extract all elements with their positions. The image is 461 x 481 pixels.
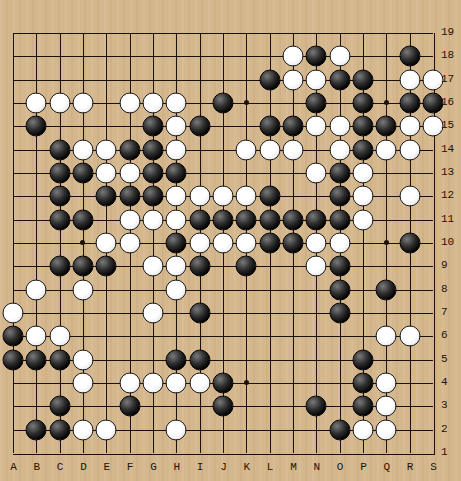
intersection-G19[interactable] <box>141 21 164 44</box>
intersection-D13[interactable] <box>71 161 94 184</box>
intersection-P11[interactable] <box>351 208 374 231</box>
intersection-R8[interactable] <box>398 278 421 301</box>
intersection-C8[interactable] <box>48 278 71 301</box>
intersection-R12[interactable] <box>398 185 421 208</box>
intersection-L8[interactable] <box>258 278 281 301</box>
intersection-Q19[interactable] <box>375 21 398 44</box>
intersection-P5[interactable] <box>351 348 374 371</box>
intersection-E6[interactable] <box>95 325 118 348</box>
intersection-F9[interactable] <box>118 255 141 278</box>
intersection-I15[interactable] <box>188 115 211 138</box>
intersection-K4[interactable] <box>235 371 258 394</box>
intersection-G6[interactable] <box>141 325 164 348</box>
intersection-M4[interactable] <box>281 371 304 394</box>
intersection-J6[interactable] <box>211 325 234 348</box>
intersection-K8[interactable] <box>235 278 258 301</box>
intersection-B12[interactable] <box>25 185 48 208</box>
intersection-K11[interactable] <box>235 208 258 231</box>
intersection-P4[interactable] <box>351 371 374 394</box>
intersection-K3[interactable] <box>235 395 258 418</box>
intersection-K6[interactable] <box>235 325 258 348</box>
intersection-B8[interactable] <box>25 278 48 301</box>
intersection-I5[interactable] <box>188 348 211 371</box>
intersection-E17[interactable] <box>95 68 118 91</box>
intersection-H4[interactable] <box>165 371 188 394</box>
intersection-K12[interactable] <box>235 185 258 208</box>
intersection-G2[interactable] <box>141 418 164 441</box>
intersection-K16[interactable] <box>235 91 258 114</box>
intersection-B6[interactable] <box>25 325 48 348</box>
intersection-D12[interactable] <box>71 185 94 208</box>
intersection-N6[interactable] <box>305 325 328 348</box>
intersection-A14[interactable] <box>1 138 24 161</box>
intersection-C10[interactable] <box>48 231 71 254</box>
intersection-K18[interactable] <box>235 45 258 68</box>
intersection-N15[interactable] <box>305 115 328 138</box>
intersection-R16[interactable] <box>398 91 421 114</box>
intersection-O8[interactable] <box>328 278 351 301</box>
intersection-R7[interactable] <box>398 301 421 324</box>
intersection-C18[interactable] <box>48 45 71 68</box>
intersection-L13[interactable] <box>258 161 281 184</box>
intersection-M6[interactable] <box>281 325 304 348</box>
intersection-A17[interactable] <box>1 68 24 91</box>
intersection-G18[interactable] <box>141 45 164 68</box>
intersection-Q7[interactable] <box>375 301 398 324</box>
intersection-N5[interactable] <box>305 348 328 371</box>
intersection-J13[interactable] <box>211 161 234 184</box>
intersection-G5[interactable] <box>141 348 164 371</box>
intersection-P8[interactable] <box>351 278 374 301</box>
intersection-F17[interactable] <box>118 68 141 91</box>
intersection-D8[interactable] <box>71 278 94 301</box>
intersection-Q10[interactable] <box>375 231 398 254</box>
intersection-E2[interactable] <box>95 418 118 441</box>
intersection-H7[interactable] <box>165 301 188 324</box>
intersection-F18[interactable] <box>118 45 141 68</box>
intersection-H13[interactable] <box>165 161 188 184</box>
intersection-F19[interactable] <box>118 21 141 44</box>
intersection-O4[interactable] <box>328 371 351 394</box>
intersection-I17[interactable] <box>188 68 211 91</box>
intersection-A2[interactable] <box>1 418 24 441</box>
intersection-B7[interactable] <box>25 301 48 324</box>
intersection-Q16[interactable] <box>375 91 398 114</box>
intersection-N7[interactable] <box>305 301 328 324</box>
intersection-O14[interactable] <box>328 138 351 161</box>
intersection-G8[interactable] <box>141 278 164 301</box>
intersection-L6[interactable] <box>258 325 281 348</box>
intersection-J5[interactable] <box>211 348 234 371</box>
intersection-L18[interactable] <box>258 45 281 68</box>
intersection-K9[interactable] <box>235 255 258 278</box>
intersection-J18[interactable] <box>211 45 234 68</box>
intersection-D4[interactable] <box>71 371 94 394</box>
intersection-I7[interactable] <box>188 301 211 324</box>
intersection-N12[interactable] <box>305 185 328 208</box>
intersection-R6[interactable] <box>398 325 421 348</box>
intersection-D11[interactable] <box>71 208 94 231</box>
intersection-J10[interactable] <box>211 231 234 254</box>
intersection-O12[interactable] <box>328 185 351 208</box>
intersection-P12[interactable] <box>351 185 374 208</box>
intersection-J2[interactable] <box>211 418 234 441</box>
intersection-G4[interactable] <box>141 371 164 394</box>
intersection-I4[interactable] <box>188 371 211 394</box>
intersection-Q13[interactable] <box>375 161 398 184</box>
intersection-O6[interactable] <box>328 325 351 348</box>
intersection-I9[interactable] <box>188 255 211 278</box>
intersection-K14[interactable] <box>235 138 258 161</box>
intersection-G12[interactable] <box>141 185 164 208</box>
intersection-C9[interactable] <box>48 255 71 278</box>
intersection-N13[interactable] <box>305 161 328 184</box>
intersection-E18[interactable] <box>95 45 118 68</box>
intersection-J19[interactable] <box>211 21 234 44</box>
intersection-K5[interactable] <box>235 348 258 371</box>
intersection-N18[interactable] <box>305 45 328 68</box>
intersection-J9[interactable] <box>211 255 234 278</box>
intersection-R5[interactable] <box>398 348 421 371</box>
intersection-E11[interactable] <box>95 208 118 231</box>
intersection-Q15[interactable] <box>375 115 398 138</box>
intersection-L19[interactable] <box>258 21 281 44</box>
intersection-R17[interactable] <box>398 68 421 91</box>
intersection-G14[interactable] <box>141 138 164 161</box>
intersection-N9[interactable] <box>305 255 328 278</box>
intersection-E4[interactable] <box>95 371 118 394</box>
intersection-H14[interactable] <box>165 138 188 161</box>
intersection-M16[interactable] <box>281 91 304 114</box>
intersection-C2[interactable] <box>48 418 71 441</box>
intersection-L4[interactable] <box>258 371 281 394</box>
intersection-M14[interactable] <box>281 138 304 161</box>
intersection-I18[interactable] <box>188 45 211 68</box>
intersection-L12[interactable] <box>258 185 281 208</box>
intersection-O15[interactable] <box>328 115 351 138</box>
intersection-H8[interactable] <box>165 278 188 301</box>
intersection-C19[interactable] <box>48 21 71 44</box>
intersection-R15[interactable] <box>398 115 421 138</box>
intersection-C14[interactable] <box>48 138 71 161</box>
intersection-G13[interactable] <box>141 161 164 184</box>
intersection-A3[interactable] <box>1 395 24 418</box>
intersection-A12[interactable] <box>1 185 24 208</box>
intersection-E5[interactable] <box>95 348 118 371</box>
intersection-R11[interactable] <box>398 208 421 231</box>
intersection-A16[interactable] <box>1 91 24 114</box>
intersection-D7[interactable] <box>71 301 94 324</box>
intersection-P9[interactable] <box>351 255 374 278</box>
intersection-B10[interactable] <box>25 231 48 254</box>
intersection-O13[interactable] <box>328 161 351 184</box>
intersection-J12[interactable] <box>211 185 234 208</box>
intersection-I13[interactable] <box>188 161 211 184</box>
intersection-A19[interactable] <box>1 21 24 44</box>
intersection-R9[interactable] <box>398 255 421 278</box>
intersection-M15[interactable] <box>281 115 304 138</box>
intersection-O7[interactable] <box>328 301 351 324</box>
intersection-A10[interactable] <box>1 231 24 254</box>
intersection-M11[interactable] <box>281 208 304 231</box>
intersection-R3[interactable] <box>398 395 421 418</box>
intersection-R13[interactable] <box>398 161 421 184</box>
intersection-P13[interactable] <box>351 161 374 184</box>
intersection-C6[interactable] <box>48 325 71 348</box>
intersection-C3[interactable] <box>48 395 71 418</box>
intersection-B14[interactable] <box>25 138 48 161</box>
intersection-P19[interactable] <box>351 21 374 44</box>
intersection-M10[interactable] <box>281 231 304 254</box>
intersection-B11[interactable] <box>25 208 48 231</box>
intersection-B15[interactable] <box>25 115 48 138</box>
intersection-G7[interactable] <box>141 301 164 324</box>
intersection-M19[interactable] <box>281 21 304 44</box>
intersection-I11[interactable] <box>188 208 211 231</box>
intersection-P18[interactable] <box>351 45 374 68</box>
intersection-C17[interactable] <box>48 68 71 91</box>
intersection-B18[interactable] <box>25 45 48 68</box>
intersection-K13[interactable] <box>235 161 258 184</box>
intersection-C7[interactable] <box>48 301 71 324</box>
intersection-C12[interactable] <box>48 185 71 208</box>
intersection-M7[interactable] <box>281 301 304 324</box>
intersection-G10[interactable] <box>141 231 164 254</box>
intersection-N8[interactable] <box>305 278 328 301</box>
intersection-I3[interactable] <box>188 395 211 418</box>
intersection-F10[interactable] <box>118 231 141 254</box>
intersection-F7[interactable] <box>118 301 141 324</box>
intersection-H6[interactable] <box>165 325 188 348</box>
intersection-P17[interactable] <box>351 68 374 91</box>
intersection-Q6[interactable] <box>375 325 398 348</box>
intersection-L11[interactable] <box>258 208 281 231</box>
intersection-O16[interactable] <box>328 91 351 114</box>
intersection-E8[interactable] <box>95 278 118 301</box>
intersection-Q11[interactable] <box>375 208 398 231</box>
intersection-B9[interactable] <box>25 255 48 278</box>
intersection-D19[interactable] <box>71 21 94 44</box>
intersection-J15[interactable] <box>211 115 234 138</box>
intersection-M9[interactable] <box>281 255 304 278</box>
intersection-G15[interactable] <box>141 115 164 138</box>
intersection-G3[interactable] <box>141 395 164 418</box>
intersection-Q12[interactable] <box>375 185 398 208</box>
intersection-H5[interactable] <box>165 348 188 371</box>
intersection-A11[interactable] <box>1 208 24 231</box>
intersection-L3[interactable] <box>258 395 281 418</box>
intersection-Q18[interactable] <box>375 45 398 68</box>
intersection-K7[interactable] <box>235 301 258 324</box>
intersection-F16[interactable] <box>118 91 141 114</box>
intersection-M3[interactable] <box>281 395 304 418</box>
intersection-N3[interactable] <box>305 395 328 418</box>
intersection-D14[interactable] <box>71 138 94 161</box>
intersection-E10[interactable] <box>95 231 118 254</box>
intersection-I10[interactable] <box>188 231 211 254</box>
intersection-O2[interactable] <box>328 418 351 441</box>
intersection-O5[interactable] <box>328 348 351 371</box>
intersection-Q9[interactable] <box>375 255 398 278</box>
intersection-H3[interactable] <box>165 395 188 418</box>
intersection-A18[interactable] <box>1 45 24 68</box>
intersection-N16[interactable] <box>305 91 328 114</box>
intersection-I6[interactable] <box>188 325 211 348</box>
intersection-O19[interactable] <box>328 21 351 44</box>
intersection-F4[interactable] <box>118 371 141 394</box>
intersection-I19[interactable] <box>188 21 211 44</box>
intersection-J3[interactable] <box>211 395 234 418</box>
intersection-H16[interactable] <box>165 91 188 114</box>
intersection-P6[interactable] <box>351 325 374 348</box>
intersection-F3[interactable] <box>118 395 141 418</box>
intersection-E13[interactable] <box>95 161 118 184</box>
intersection-A6[interactable] <box>1 325 24 348</box>
intersection-K15[interactable] <box>235 115 258 138</box>
intersection-J11[interactable] <box>211 208 234 231</box>
intersection-I16[interactable] <box>188 91 211 114</box>
intersection-D5[interactable] <box>71 348 94 371</box>
intersection-E16[interactable] <box>95 91 118 114</box>
intersection-C15[interactable] <box>48 115 71 138</box>
intersection-R2[interactable] <box>398 418 421 441</box>
intersection-A9[interactable] <box>1 255 24 278</box>
intersection-Q14[interactable] <box>375 138 398 161</box>
intersection-O3[interactable] <box>328 395 351 418</box>
intersection-B16[interactable] <box>25 91 48 114</box>
intersection-N2[interactable] <box>305 418 328 441</box>
intersection-D16[interactable] <box>71 91 94 114</box>
intersection-O10[interactable] <box>328 231 351 254</box>
intersection-O9[interactable] <box>328 255 351 278</box>
intersection-I14[interactable] <box>188 138 211 161</box>
intersection-R4[interactable] <box>398 371 421 394</box>
intersection-E14[interactable] <box>95 138 118 161</box>
intersection-D15[interactable] <box>71 115 94 138</box>
intersection-G11[interactable] <box>141 208 164 231</box>
intersection-E3[interactable] <box>95 395 118 418</box>
intersection-Q4[interactable] <box>375 371 398 394</box>
intersection-H11[interactable] <box>165 208 188 231</box>
intersection-D9[interactable] <box>71 255 94 278</box>
intersection-N17[interactable] <box>305 68 328 91</box>
intersection-F5[interactable] <box>118 348 141 371</box>
intersection-L16[interactable] <box>258 91 281 114</box>
intersection-C13[interactable] <box>48 161 71 184</box>
intersection-K2[interactable] <box>235 418 258 441</box>
intersection-P3[interactable] <box>351 395 374 418</box>
intersection-J4[interactable] <box>211 371 234 394</box>
intersection-A13[interactable] <box>1 161 24 184</box>
intersection-K19[interactable] <box>235 21 258 44</box>
intersection-B19[interactable] <box>25 21 48 44</box>
intersection-F6[interactable] <box>118 325 141 348</box>
intersection-F12[interactable] <box>118 185 141 208</box>
intersection-F13[interactable] <box>118 161 141 184</box>
intersection-P10[interactable] <box>351 231 374 254</box>
intersection-F8[interactable] <box>118 278 141 301</box>
intersection-L17[interactable] <box>258 68 281 91</box>
intersection-O18[interactable] <box>328 45 351 68</box>
intersection-L15[interactable] <box>258 115 281 138</box>
intersection-M5[interactable] <box>281 348 304 371</box>
intersection-N10[interactable] <box>305 231 328 254</box>
intersection-I2[interactable] <box>188 418 211 441</box>
intersection-M18[interactable] <box>281 45 304 68</box>
intersection-D10[interactable] <box>71 231 94 254</box>
intersection-D17[interactable] <box>71 68 94 91</box>
intersection-H17[interactable] <box>165 68 188 91</box>
intersection-M12[interactable] <box>281 185 304 208</box>
intersection-H2[interactable] <box>165 418 188 441</box>
intersection-P15[interactable] <box>351 115 374 138</box>
intersection-C11[interactable] <box>48 208 71 231</box>
intersection-H15[interactable] <box>165 115 188 138</box>
intersection-H19[interactable] <box>165 21 188 44</box>
intersection-L10[interactable] <box>258 231 281 254</box>
intersection-A8[interactable] <box>1 278 24 301</box>
intersection-E19[interactable] <box>95 21 118 44</box>
intersection-G9[interactable] <box>141 255 164 278</box>
intersection-P2[interactable] <box>351 418 374 441</box>
intersection-J7[interactable] <box>211 301 234 324</box>
intersection-D3[interactable] <box>71 395 94 418</box>
intersection-G16[interactable] <box>141 91 164 114</box>
intersection-P7[interactable] <box>351 301 374 324</box>
intersection-J8[interactable] <box>211 278 234 301</box>
intersection-K17[interactable] <box>235 68 258 91</box>
intersection-I12[interactable] <box>188 185 211 208</box>
intersection-R18[interactable] <box>398 45 421 68</box>
intersection-N14[interactable] <box>305 138 328 161</box>
intersection-O17[interactable] <box>328 68 351 91</box>
intersection-N11[interactable] <box>305 208 328 231</box>
intersection-D18[interactable] <box>71 45 94 68</box>
intersection-L2[interactable] <box>258 418 281 441</box>
intersection-R19[interactable] <box>398 21 421 44</box>
intersection-H18[interactable] <box>165 45 188 68</box>
intersection-N19[interactable] <box>305 21 328 44</box>
intersection-P14[interactable] <box>351 138 374 161</box>
intersection-A7[interactable] <box>1 301 24 324</box>
intersection-I8[interactable] <box>188 278 211 301</box>
intersection-O11[interactable] <box>328 208 351 231</box>
intersection-L9[interactable] <box>258 255 281 278</box>
intersection-M8[interactable] <box>281 278 304 301</box>
intersection-Q5[interactable] <box>375 348 398 371</box>
intersection-Q2[interactable] <box>375 418 398 441</box>
intersection-M13[interactable] <box>281 161 304 184</box>
intersection-H9[interactable] <box>165 255 188 278</box>
intersection-H10[interactable] <box>165 231 188 254</box>
intersection-E9[interactable] <box>95 255 118 278</box>
intersection-C16[interactable] <box>48 91 71 114</box>
intersection-M17[interactable] <box>281 68 304 91</box>
intersection-C5[interactable] <box>48 348 71 371</box>
intersection-B17[interactable] <box>25 68 48 91</box>
intersection-B4[interactable] <box>25 371 48 394</box>
intersection-J16[interactable] <box>211 91 234 114</box>
intersection-B3[interactable] <box>25 395 48 418</box>
intersection-L7[interactable] <box>258 301 281 324</box>
intersection-A5[interactable] <box>1 348 24 371</box>
intersection-P16[interactable] <box>351 91 374 114</box>
intersection-Q3[interactable] <box>375 395 398 418</box>
intersection-A4[interactable] <box>1 371 24 394</box>
intersection-C4[interactable] <box>48 371 71 394</box>
intersection-Q17[interactable] <box>375 68 398 91</box>
intersection-D6[interactable] <box>71 325 94 348</box>
